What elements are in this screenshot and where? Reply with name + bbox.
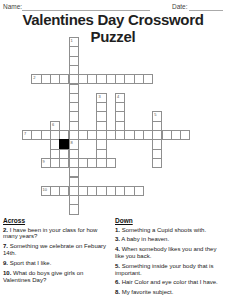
across-heading: Across (3, 217, 109, 224)
clue-item: 4. When somebody likes you and they like… (115, 246, 224, 260)
crossword-cell[interactable] (180, 130, 190, 140)
clue-item: 6. Hair Color and eye color that I have. (115, 279, 224, 286)
clue-number: 6. (115, 279, 120, 285)
clue-number-badge: 5 (154, 112, 156, 117)
clue-number-badge: 8 (71, 140, 73, 145)
name-label: Name: (3, 3, 22, 10)
clue-number: 8. (115, 289, 120, 295)
across-clues-column: Across 2. I have been in your class for … (3, 217, 115, 299)
clue-number: 9. (3, 260, 8, 266)
clues-section: Across 2. I have been in your class for … (3, 217, 224, 299)
clue-number-badge: 7 (24, 131, 26, 136)
clue-number: 1. (115, 227, 120, 233)
clue-number: 2. (3, 227, 8, 233)
crossword-cell[interactable] (69, 204, 79, 214)
clue-item: 2. I have been in your class for how man… (3, 227, 109, 241)
down-heading: Down (115, 217, 224, 224)
clue-item: 5. Something inside your body that is im… (115, 263, 224, 277)
clue-number: 3. (115, 236, 120, 242)
clue-number-badge: 3 (98, 94, 100, 99)
clue-number-badge: 10 (43, 187, 47, 192)
crossword-cell[interactable] (134, 186, 144, 196)
clue-item: 8. My favorite subject. (115, 289, 224, 296)
clue-number-badge: 1 (71, 38, 73, 43)
down-clues-column: Down 1. Something a Cupid shoots with.3.… (115, 217, 224, 299)
date-label: Date: (172, 3, 188, 10)
clue-number: 10. (3, 270, 11, 276)
clue-number: 4. (115, 246, 120, 252)
clue-number-badge: 2 (33, 75, 35, 80)
clue-number: 7. (3, 243, 8, 249)
clue-item: 7. Something we celebrate on Febuary 14t… (3, 243, 109, 257)
across-clue-list: 2. I have been in your class for how man… (3, 227, 109, 284)
clue-item: 1. Something a Cupid shoots with. (115, 227, 224, 234)
crossword-cell[interactable] (143, 74, 153, 84)
clue-number-badge: 4 (117, 94, 119, 99)
clue-item: 10. What do boys give girls on Valentine… (3, 270, 109, 284)
page-title: Valentines Day Crossword Puzzel (0, 11, 226, 45)
clue-number-badge: 9 (43, 159, 45, 164)
crossword-cell[interactable] (106, 158, 116, 168)
clue-item: 3. A baby in heaven. (115, 236, 224, 243)
clue-item: 9. Sport that I like. (3, 260, 109, 267)
crossword-cell[interactable] (152, 158, 162, 168)
clue-number-badge: 6 (52, 122, 54, 127)
down-clue-list: 1. Something a Cupid shoots with.3. A ba… (115, 227, 224, 297)
clue-number: 5. (115, 263, 120, 269)
